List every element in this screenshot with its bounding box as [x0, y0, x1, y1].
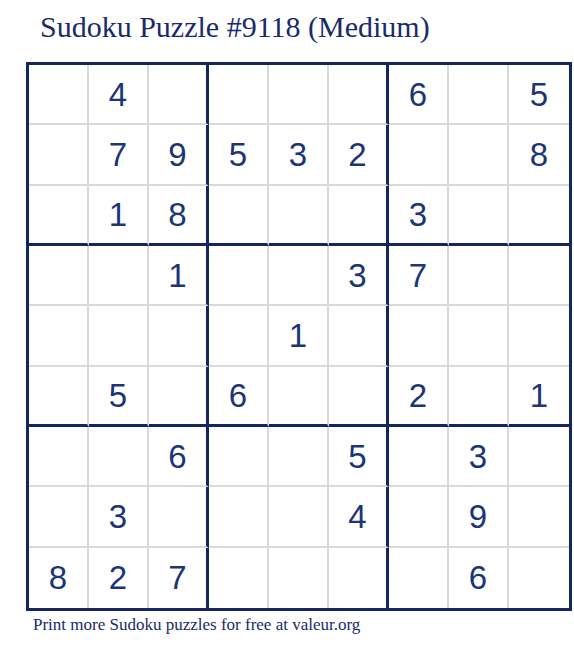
cell-r8c1 [29, 487, 89, 547]
page-title: Sudoku Puzzle #9118 (Medium) [40, 10, 430, 44]
cell-r2c2: 7 [89, 125, 149, 185]
cell-r1c7: 6 [389, 65, 449, 125]
cell-r9c2: 2 [89, 548, 149, 608]
cell-r5c3 [149, 306, 209, 366]
cell-r2c4: 5 [209, 125, 269, 185]
cell-r6c1 [29, 367, 89, 427]
cell-r9c4 [209, 548, 269, 608]
cell-r8c3 [149, 487, 209, 547]
cell-r3c2: 1 [89, 186, 149, 246]
cell-r3c6 [329, 186, 389, 246]
cell-r8c6: 4 [329, 487, 389, 547]
cell-r7c7 [389, 427, 449, 487]
cell-r7c5 [269, 427, 329, 487]
cell-r9c9 [509, 548, 569, 608]
cell-r2c1 [29, 125, 89, 185]
cell-r4c1 [29, 246, 89, 306]
cell-r6c3 [149, 367, 209, 427]
cell-r2c7 [389, 125, 449, 185]
cell-r9c5 [269, 548, 329, 608]
cell-r4c5 [269, 246, 329, 306]
cell-r3c4 [209, 186, 269, 246]
cell-r1c2: 4 [89, 65, 149, 125]
cell-r9c7 [389, 548, 449, 608]
cell-r4c9 [509, 246, 569, 306]
cell-r6c7: 2 [389, 367, 449, 427]
cell-r4c2 [89, 246, 149, 306]
cell-r3c5 [269, 186, 329, 246]
cell-r5c4 [209, 306, 269, 366]
cell-r8c7 [389, 487, 449, 547]
cell-r1c4 [209, 65, 269, 125]
cell-r7c4 [209, 427, 269, 487]
sudoku-page: Sudoku Puzzle #9118 (Medium) 46579532818… [0, 0, 574, 651]
cell-r7c8: 3 [449, 427, 509, 487]
cell-r3c1 [29, 186, 89, 246]
cell-r1c8 [449, 65, 509, 125]
cell-r6c6 [329, 367, 389, 427]
cell-r9c1: 8 [29, 548, 89, 608]
cell-r5c1 [29, 306, 89, 366]
cell-r7c2 [89, 427, 149, 487]
cell-r5c8 [449, 306, 509, 366]
cell-r5c7 [389, 306, 449, 366]
cell-r1c6 [329, 65, 389, 125]
cell-r1c5 [269, 65, 329, 125]
cell-r2c6: 2 [329, 125, 389, 185]
cell-r4c6: 3 [329, 246, 389, 306]
cell-r8c4 [209, 487, 269, 547]
cell-r9c8: 6 [449, 548, 509, 608]
cell-r2c9: 8 [509, 125, 569, 185]
cell-r5c2 [89, 306, 149, 366]
cell-r6c9: 1 [509, 367, 569, 427]
cell-r3c7: 3 [389, 186, 449, 246]
cell-r3c8 [449, 186, 509, 246]
cell-r7c1 [29, 427, 89, 487]
cell-r8c2: 3 [89, 487, 149, 547]
cell-r2c8 [449, 125, 509, 185]
cell-r7c6: 5 [329, 427, 389, 487]
cell-r7c9 [509, 427, 569, 487]
cell-r8c8: 9 [449, 487, 509, 547]
cell-r5c5: 1 [269, 306, 329, 366]
cell-r3c9 [509, 186, 569, 246]
cell-r6c8 [449, 367, 509, 427]
cell-r1c9: 5 [509, 65, 569, 125]
cell-r4c8 [449, 246, 509, 306]
cell-r6c5 [269, 367, 329, 427]
sudoku-board: 465795328183137156216533498276 [26, 62, 572, 611]
cell-r1c3 [149, 65, 209, 125]
cell-r9c3: 7 [149, 548, 209, 608]
cell-r4c4 [209, 246, 269, 306]
cell-r3c3: 8 [149, 186, 209, 246]
cell-r2c3: 9 [149, 125, 209, 185]
cell-r1c1 [29, 65, 89, 125]
cell-r9c6 [329, 548, 389, 608]
cell-r5c9 [509, 306, 569, 366]
cell-r6c4: 6 [209, 367, 269, 427]
cell-r4c7: 7 [389, 246, 449, 306]
footer-text: Print more Sudoku puzzles for free at va… [33, 615, 360, 635]
cell-r6c2: 5 [89, 367, 149, 427]
cell-r5c6 [329, 306, 389, 366]
cell-r8c9 [509, 487, 569, 547]
cell-r7c3: 6 [149, 427, 209, 487]
cell-r2c5: 3 [269, 125, 329, 185]
cell-r4c3: 1 [149, 246, 209, 306]
cell-r8c5 [269, 487, 329, 547]
